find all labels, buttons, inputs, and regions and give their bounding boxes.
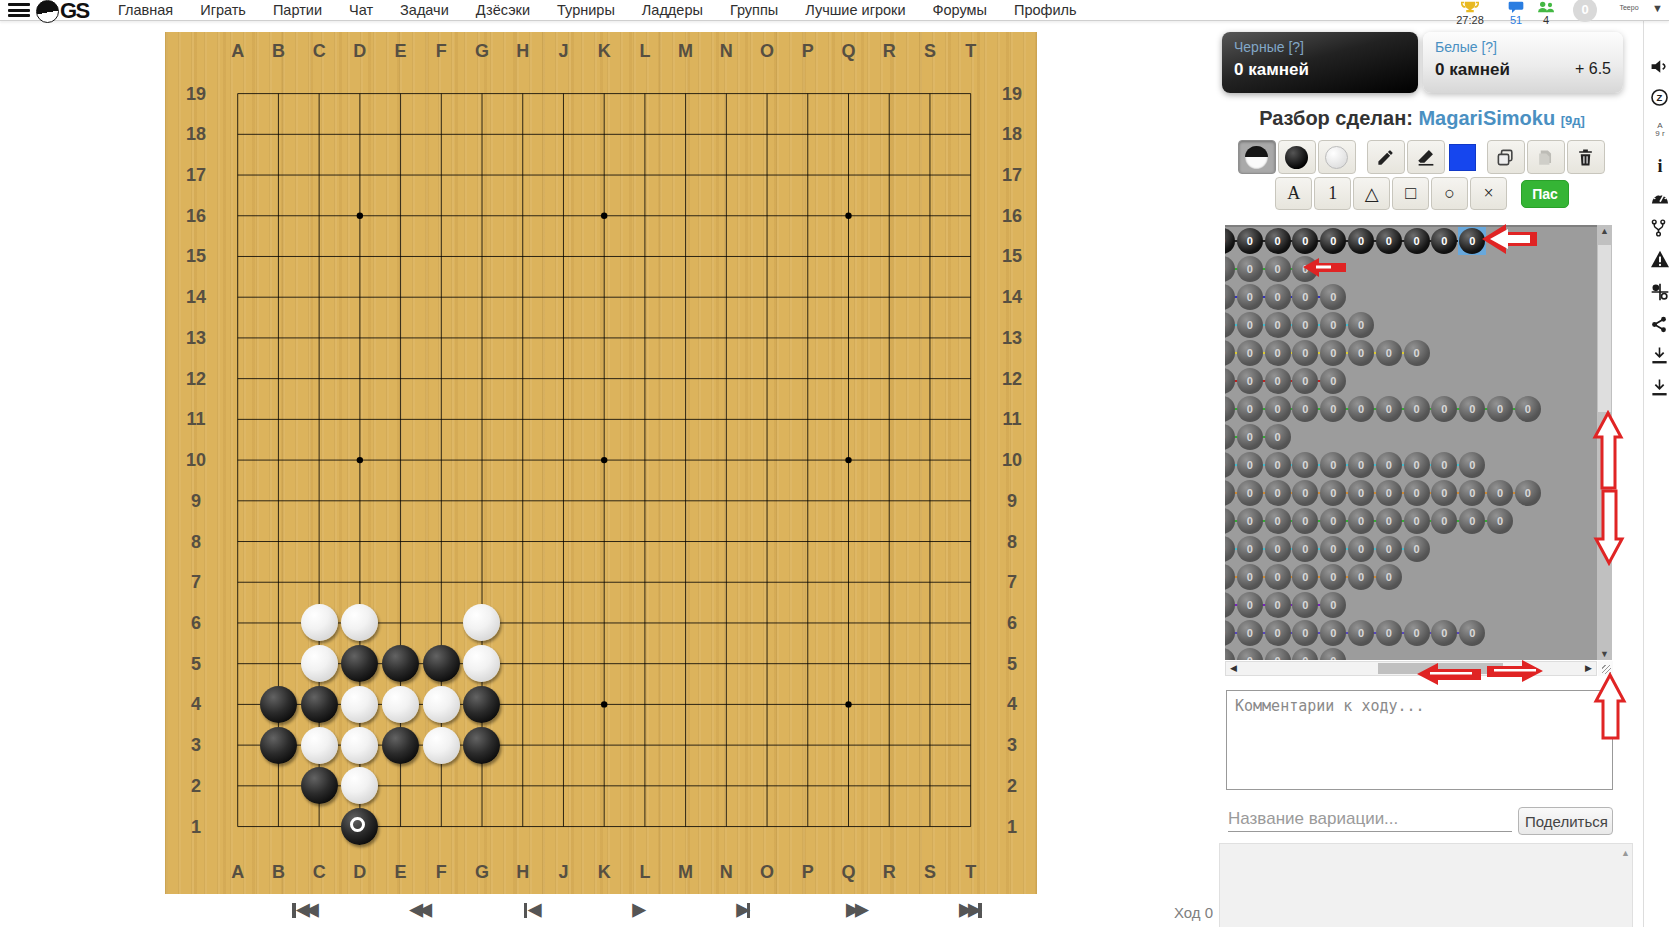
- row-label-left-16: 16: [186, 205, 206, 226]
- nav-item-ладдеры[interactable]: Ладдеры: [642, 2, 703, 18]
- first-move-button[interactable]: ◀◀: [291, 899, 315, 921]
- col-label-top-S: S: [924, 41, 936, 62]
- black-stone-F5: [423, 645, 460, 682]
- hamburger-menu-icon[interactable]: [8, 3, 30, 18]
- col-label-bottom-K: K: [598, 862, 611, 883]
- tree-node[interactable]: 0: [1320, 312, 1346, 338]
- black-stone-D1: [341, 808, 378, 845]
- paste-icon: [1536, 148, 1555, 167]
- tree-node[interactable]: 0: [1376, 452, 1402, 478]
- goban-stones-grid[interactable]: [217, 73, 991, 847]
- top-navbar: GS ГлавнаяИгратьПартииЧатЗадачиДзёсэкиТу…: [0, 0, 1669, 21]
- row-label-right-10: 10: [1002, 450, 1022, 471]
- tree-node[interactable]: 0: [1320, 648, 1346, 660]
- analysis-icon[interactable]: [1650, 282, 1669, 302]
- tree-node[interactable]: 0: [1376, 396, 1402, 422]
- tree-node[interactable]: 0: [1237, 536, 1263, 562]
- row-label-left-14: 14: [186, 287, 206, 308]
- marker-button-△[interactable]: △: [1353, 177, 1390, 210]
- notification-badge[interactable]: 0: [1573, 0, 1597, 22]
- white-stone-D3: [341, 727, 378, 764]
- move-tree-vertical-scrollbar[interactable]: ▲ ▼: [1597, 225, 1612, 660]
- tree-node[interactable]: 0: [1487, 480, 1513, 506]
- tree-node[interactable]: 0: [1292, 480, 1318, 506]
- trophy-icon: [1460, 1, 1480, 13]
- tree-node[interactable]: 0: [1237, 312, 1263, 338]
- copy-icon: [1496, 148, 1515, 167]
- marker-button-×[interactable]: ×: [1470, 177, 1507, 210]
- col-label-top-R: R: [883, 41, 896, 62]
- row-label-right-15: 15: [1002, 246, 1022, 267]
- tree-node[interactable]: 0: [1225, 564, 1235, 590]
- variation-name-input[interactable]: [1228, 806, 1512, 832]
- tree-node[interactable]: 0: [1225, 368, 1235, 394]
- tree-node[interactable]: 0: [1348, 564, 1374, 590]
- col-label-top-P: P: [802, 41, 814, 62]
- tree-node[interactable]: 0: [1320, 452, 1346, 478]
- tree-node[interactable]: 0: [1431, 620, 1457, 646]
- scroll-up-icon[interactable]: ▲: [1621, 848, 1630, 858]
- tree-node[interactable]: 0: [1320, 368, 1346, 394]
- nav-item-играть[interactable]: Играть: [200, 2, 246, 18]
- col-label-bottom-T: T: [965, 862, 976, 883]
- tree-node[interactable]: 0: [1320, 564, 1346, 590]
- row-label-left-18: 18: [186, 124, 206, 145]
- tree-node[interactable]: 0: [1225, 284, 1235, 310]
- black-stone-G4: [463, 686, 500, 723]
- row-label-right-19: 19: [1002, 83, 1022, 104]
- tree-node[interactable]: 0: [1292, 396, 1318, 422]
- row-label-left-19: 19: [186, 83, 206, 104]
- tree-node[interactable]: 0: [1237, 564, 1263, 590]
- tree-node[interactable]: 0: [1348, 340, 1374, 366]
- tree-node[interactable]: 0: [1265, 284, 1291, 310]
- tree-node[interactable]: 0: [1404, 228, 1430, 254]
- nav-item-форумы[interactable]: Форумы: [933, 2, 987, 18]
- tree-node[interactable]: 0: [1348, 536, 1374, 562]
- black-stone-D5: [341, 645, 378, 682]
- tree-node[interactable]: 0: [1237, 508, 1263, 534]
- tree-node[interactable]: 0: [1265, 396, 1291, 422]
- marker-buttons: A1△□○×: [1275, 177, 1509, 210]
- row-label-left-13: 13: [186, 327, 206, 348]
- black-stone-C2: [301, 767, 338, 804]
- black-captures: 0 камней: [1234, 60, 1309, 80]
- row-label-left-6: 6: [191, 612, 201, 633]
- nav-item-профиль[interactable]: Профиль: [1014, 2, 1077, 18]
- white-stone-D6: [341, 604, 378, 641]
- previous-move-button[interactable]: ◀: [523, 899, 538, 921]
- tree-node[interactable]: 0: [1225, 256, 1235, 282]
- tree-node[interactable]: 0: [1265, 592, 1291, 618]
- alternate-stone-tool-button[interactable]: [1238, 140, 1276, 174]
- tree-node[interactable]: 0: [1292, 312, 1318, 338]
- col-label-bottom-N: N: [720, 862, 733, 883]
- col-label-top-N: N: [720, 41, 733, 62]
- draw-color-swatch[interactable]: [1449, 144, 1476, 171]
- chevron-down-icon[interactable]: ▼: [1652, 2, 1663, 14]
- tree-node[interactable]: 0: [1225, 340, 1235, 366]
- tree-node[interactable]: 0: [1237, 648, 1263, 660]
- black-help-link: [?]: [1288, 39, 1304, 55]
- tree-node[interactable]: 0: [1292, 368, 1318, 394]
- tree-node[interactable]: 0: [1348, 508, 1374, 534]
- tree-node[interactable]: 0: [1225, 592, 1235, 618]
- row-label-right-8: 8: [1007, 531, 1017, 552]
- tree-node[interactable]: 0: [1225, 424, 1235, 450]
- row-label-right-4: 4: [1007, 694, 1017, 715]
- nav-item-партии[interactable]: Партии: [273, 2, 322, 18]
- chat-bubble-icon: [1507, 1, 1525, 13]
- black-stone-E5: [382, 645, 419, 682]
- last-move-button[interactable]: ▶▶: [959, 899, 983, 921]
- tree-node[interactable]: 0: [1376, 620, 1402, 646]
- back-ten-button[interactable]: ◀◀: [410, 899, 428, 921]
- tree-node[interactable]: 0: [1225, 536, 1235, 562]
- tree-node[interactable]: 0: [1320, 480, 1346, 506]
- row-label-right-6: 6: [1007, 612, 1017, 633]
- tree-node[interactable]: 0: [1404, 452, 1430, 478]
- tree-node[interactable]: 0: [1292, 452, 1318, 478]
- tree-node[interactable]: 0: [1515, 480, 1541, 506]
- row-label-left-5: 5: [191, 653, 201, 674]
- tree-node[interactable]: 0: [1320, 396, 1346, 422]
- copy-button[interactable]: [1487, 140, 1525, 174]
- white-player-label[interactable]: Белые [?]: [1435, 39, 1611, 55]
- tree-node[interactable]: 0: [1376, 564, 1402, 590]
- last-move-marker: [350, 817, 365, 832]
- tree-node[interactable]: 0: [1237, 228, 1263, 254]
- eraser-icon: [1416, 148, 1436, 166]
- scrollbar-resize-corner[interactable]: [1598, 661, 1613, 676]
- row-label-left-11: 11: [186, 409, 205, 430]
- tree-node[interactable]: 0: [1459, 452, 1485, 478]
- trash-icon: [1577, 148, 1594, 167]
- scroll-up-icon[interactable]: ▲: [1597, 226, 1612, 236]
- col-label-top-G: G: [475, 41, 489, 62]
- marker-button-○[interactable]: ○: [1431, 177, 1468, 210]
- review-author-rank: [9д]: [1561, 113, 1585, 128]
- row-label-left-2: 2: [191, 775, 201, 796]
- tree-node[interactable]: 0: [1320, 340, 1346, 366]
- online-count: 4: [1526, 14, 1566, 26]
- tree-node[interactable]: 0: [1320, 508, 1346, 534]
- tree-node[interactable]: 0: [1265, 480, 1291, 506]
- tree-node[interactable]: 0: [1292, 508, 1318, 534]
- tree-node[interactable]: 0: [1459, 480, 1485, 506]
- row-label-right-18: 18: [1002, 124, 1022, 145]
- draw-tool-button[interactable]: [1367, 140, 1405, 174]
- move-tree-panel[interactable]: 0000000000000000000000000000000000000000…: [1225, 225, 1597, 660]
- tree-node[interactable]: 0: [1265, 508, 1291, 534]
- review-author-link[interactable]: MagariSimoku: [1418, 107, 1555, 129]
- tree-node[interactable]: 0: [1225, 396, 1235, 422]
- tree-node[interactable]: 0: [1265, 648, 1291, 660]
- col-label-bottom-G: G: [475, 862, 489, 883]
- col-label-bottom-D: D: [353, 862, 366, 883]
- pass-button[interactable]: Пас: [1521, 180, 1569, 208]
- tree-node[interactable]: 0: [1292, 284, 1318, 310]
- erase-tool-button[interactable]: [1407, 140, 1445, 174]
- tree-node[interactable]: 0: [1292, 228, 1318, 254]
- tree-node[interactable]: 0: [1320, 592, 1346, 618]
- tree-node[interactable]: 0: [1348, 396, 1374, 422]
- white-stone-icon: [1325, 146, 1348, 169]
- row-label-right-12: 12: [1002, 368, 1022, 389]
- scroll-left-icon[interactable]: ◀: [1230, 663, 1237, 673]
- col-label-bottom-L: L: [639, 862, 650, 883]
- col-label-top-K: K: [598, 41, 611, 62]
- tree-node[interactable]: 0: [1292, 536, 1318, 562]
- tree-node[interactable]: 0: [1265, 564, 1291, 590]
- marker-button-□[interactable]: □: [1392, 177, 1429, 210]
- white-komi: + 6.5: [1575, 60, 1611, 80]
- info-icon[interactable]: i: [1650, 157, 1669, 177]
- scroll-right-icon[interactable]: ▶: [1585, 663, 1592, 673]
- tree-node[interactable]: 0: [1265, 536, 1291, 562]
- tree-node[interactable]: 0: [1348, 312, 1374, 338]
- tree-node[interactable]: 0: [1404, 480, 1430, 506]
- tournament-timer: 27:28: [1450, 14, 1490, 26]
- tree-node[interactable]: 0: [1265, 312, 1291, 338]
- tree-node[interactable]: 0: [1265, 340, 1291, 366]
- white-help-link: [?]: [1481, 39, 1497, 55]
- row-label-left-8: 8: [191, 531, 201, 552]
- row-label-right-3: 3: [1007, 735, 1017, 756]
- tree-node[interactable]: 0: [1431, 480, 1457, 506]
- col-label-top-H: H: [516, 41, 529, 62]
- nav-item-чат[interactable]: Чат: [349, 2, 373, 18]
- delete-button[interactable]: [1567, 140, 1605, 174]
- tree-node[interactable]: 0: [1404, 620, 1430, 646]
- tree-node[interactable]: 0: [1320, 284, 1346, 310]
- black-stone-C4: [301, 686, 338, 723]
- tree-node[interactable]: 0: [1459, 228, 1485, 254]
- row-label-right-5: 5: [1007, 653, 1017, 674]
- tree-node[interactable]: 0: [1237, 340, 1263, 366]
- black-stone-B3: [260, 727, 297, 764]
- col-label-bottom-B: B: [272, 862, 285, 883]
- vertical-scroll-thumb[interactable]: [1598, 245, 1611, 412]
- white-stone-C3: [301, 727, 338, 764]
- col-label-top-B: B: [272, 41, 285, 62]
- paste-button[interactable]: [1527, 140, 1565, 174]
- nav-item-группы[interactable]: Группы: [730, 2, 778, 18]
- tree-node[interactable]: 0: [1265, 620, 1291, 646]
- svg-text:Z: Z: [1657, 92, 1663, 103]
- tree-node[interactable]: 0: [1265, 424, 1291, 450]
- tree-node[interactable]: 0: [1237, 256, 1263, 282]
- tree-node[interactable]: 0: [1225, 228, 1235, 254]
- col-label-top-Q: Q: [841, 41, 855, 62]
- row-label-left-1: 1: [191, 816, 201, 837]
- tree-node[interactable]: 0: [1225, 508, 1235, 534]
- next-move-button[interactable]: ▶: [737, 899, 752, 921]
- black-stone-B4: [260, 686, 297, 723]
- tree-node[interactable]: 0: [1225, 480, 1235, 506]
- col-label-bottom-P: P: [802, 862, 814, 883]
- download-sgf-icon[interactable]: [1650, 378, 1669, 398]
- col-label-bottom-E: E: [395, 862, 407, 883]
- tree-node[interactable]: 0: [1265, 452, 1291, 478]
- tree-node[interactable]: 0: [1320, 228, 1346, 254]
- tree-node[interactable]: 0: [1515, 396, 1541, 422]
- review-prefix: Разбор сделан:: [1259, 107, 1413, 129]
- tree-node[interactable]: 0: [1292, 340, 1318, 366]
- tree-node[interactable]: 0: [1237, 620, 1263, 646]
- tree-node[interactable]: 0: [1292, 648, 1318, 660]
- share-icon[interactable]: [1650, 315, 1669, 335]
- tree-node[interactable]: 0: [1237, 284, 1263, 310]
- username[interactable]: Teepo: [1609, 4, 1649, 11]
- tree-node[interactable]: 0: [1348, 480, 1374, 506]
- nav-item-задачи[interactable]: Задачи: [400, 2, 449, 18]
- tree-node[interactable]: 0: [1459, 396, 1485, 422]
- row-label-left-7: 7: [191, 572, 201, 593]
- row-label-right-16: 16: [1002, 205, 1022, 226]
- nav-item-главная[interactable]: Главная: [118, 2, 173, 18]
- fork-icon[interactable]: [1650, 218, 1669, 238]
- horizontal-scroll-thumb[interactable]: [1378, 663, 1503, 674]
- volume-icon[interactable]: [1650, 57, 1669, 77]
- nav-menu: ГлавнаяИгратьПартииЧатЗадачиДзёсэкиТурни…: [118, 2, 1077, 18]
- white-stone-F4: [423, 686, 460, 723]
- tree-node[interactable]: 0: [1487, 508, 1513, 534]
- tree-node[interactable]: 0: [1376, 508, 1402, 534]
- tree-node[interactable]: 0: [1265, 368, 1291, 394]
- col-label-bottom-O: O: [760, 862, 774, 883]
- row-label-right-17: 17: [1002, 165, 1022, 186]
- tree-node[interactable]: 0: [1404, 340, 1430, 366]
- tree-node[interactable]: 0: [1431, 452, 1457, 478]
- white-stone-E4: [382, 686, 419, 723]
- tree-node[interactable]: 0: [1237, 368, 1263, 394]
- col-label-bottom-C: C: [313, 862, 326, 883]
- marker-button-1[interactable]: 1: [1314, 177, 1351, 210]
- white-stone-tool-button[interactable]: [1318, 140, 1356, 174]
- tree-node[interactable]: 0: [1348, 620, 1374, 646]
- white-stone-D4: [341, 686, 378, 723]
- col-label-top-L: L: [639, 41, 650, 62]
- tree-node[interactable]: 0: [1376, 536, 1402, 562]
- black-stone-tool-button[interactable]: [1278, 140, 1316, 174]
- row-label-right-14: 14: [1002, 287, 1022, 308]
- scroll-down-icon[interactable]: ▼: [1597, 649, 1612, 659]
- tree-node[interactable]: 0: [1292, 592, 1318, 618]
- col-label-top-E: E: [395, 41, 407, 62]
- black-player-label[interactable]: Черные [?]: [1234, 39, 1406, 55]
- tree-node[interactable]: 0: [1225, 452, 1235, 478]
- row-label-right-13: 13: [1002, 327, 1022, 348]
- move-comments-textarea[interactable]: [1226, 690, 1613, 790]
- ogs-logo-text: GS: [60, 0, 89, 24]
- tree-node[interactable]: 0: [1265, 228, 1291, 254]
- tree-node[interactable]: 0: [1431, 508, 1457, 534]
- col-label-top-C: C: [313, 41, 326, 62]
- row-label-left-10: 10: [186, 450, 206, 471]
- chat-log-panel[interactable]: ▲: [1219, 843, 1633, 927]
- tree-node[interactable]: 0: [1292, 620, 1318, 646]
- col-label-top-M: M: [678, 41, 693, 62]
- tree-node[interactable]: 0: [1459, 620, 1485, 646]
- tree-node[interactable]: 0: [1376, 228, 1402, 254]
- ogs-logo[interactable]: GS: [36, 0, 89, 24]
- col-label-top-T: T: [965, 41, 976, 62]
- online-users-indicator[interactable]: 4: [1526, 0, 1566, 26]
- playback-controls: ◀◀◀◀◀▶▶▶▶▶▶: [291, 899, 983, 921]
- tournaments-indicator[interactable]: 27:28: [1450, 0, 1490, 26]
- tree-node[interactable]: 0: [1237, 480, 1263, 506]
- tree-node[interactable]: 0: [1348, 452, 1374, 478]
- tree-node[interactable]: 0: [1404, 536, 1430, 562]
- col-label-top-O: O: [760, 41, 774, 62]
- move-tree-horizontal-scrollbar[interactable]: ◀ ▶: [1225, 661, 1597, 676]
- row-label-right-9: 9: [1007, 490, 1017, 511]
- tree-node[interactable]: 0: [1320, 620, 1346, 646]
- tree-node[interactable]: 0: [1237, 396, 1263, 422]
- nav-item-дзёсэки[interactable]: Дзёсэки: [476, 2, 530, 18]
- tree-node[interactable]: 0: [1237, 452, 1263, 478]
- col-label-bottom-R: R: [883, 862, 896, 883]
- white-stone-G6: [463, 604, 500, 641]
- ogs-logo-disc-icon: [36, 0, 59, 23]
- tree-node[interactable]: 0: [1237, 424, 1263, 450]
- tree-node[interactable]: 0: [1404, 508, 1430, 534]
- row-label-left-17: 17: [186, 165, 206, 186]
- tree-node[interactable]: 0: [1292, 564, 1318, 590]
- tree-node[interactable]: 0: [1320, 536, 1346, 562]
- warning-icon[interactable]: [1650, 250, 1669, 270]
- tree-node[interactable]: 0: [1225, 312, 1235, 338]
- tree-node[interactable]: 0: [1431, 228, 1457, 254]
- tree-node[interactable]: 0: [1459, 508, 1485, 534]
- share-button[interactable]: Поделиться: [1518, 807, 1613, 835]
- tree-node[interactable]: 0: [1487, 396, 1513, 422]
- forward-ten-button[interactable]: ▶▶: [846, 899, 864, 921]
- col-label-top-D: D: [353, 41, 366, 62]
- white-stone-C5: [301, 645, 338, 682]
- download-icon[interactable]: [1650, 346, 1669, 366]
- col-label-bottom-A: A: [231, 862, 244, 883]
- tree-node[interactable]: 0: [1348, 228, 1374, 254]
- black-player-card: Черные [?] 0 камней: [1222, 32, 1418, 93]
- nav-item-лучшие-игроки[interactable]: Лучшие игроки: [805, 2, 905, 18]
- tree-node[interactable]: 0: [1225, 620, 1235, 646]
- right-icon-strip: ZА9 гi: [1643, 21, 1669, 927]
- ai-rank-label: А9 г: [1650, 122, 1669, 142]
- marker-button-A[interactable]: A: [1275, 177, 1312, 210]
- play-button[interactable]: ▶: [632, 899, 641, 921]
- tree-node[interactable]: 0: [1404, 396, 1430, 422]
- tree-node[interactable]: 0: [1376, 480, 1402, 506]
- nav-item-турниры[interactable]: Турниры: [557, 2, 615, 18]
- col-label-bottom-H: H: [516, 862, 529, 883]
- tree-node[interactable]: 0: [1292, 256, 1318, 282]
- alternate-stone-icon: [1245, 146, 1268, 169]
- row-label-right-1: 1: [1007, 816, 1017, 837]
- zen-mode-icon[interactable]: Z: [1650, 88, 1669, 108]
- tree-node[interactable]: 0: [1265, 256, 1291, 282]
- tree-node[interactable]: 0: [1431, 396, 1457, 422]
- white-stone-C6: [301, 604, 338, 641]
- tree-node[interactable]: 0: [1237, 592, 1263, 618]
- white-stone-D2: [341, 767, 378, 804]
- goban[interactable]: AABBCCDDEEFFGGHHJJKKLLMMNNOOPPQQRRSSTT19…: [165, 32, 1037, 894]
- tree-node[interactable]: 0: [1225, 648, 1235, 660]
- row-label-left-12: 12: [186, 368, 206, 389]
- gauge-icon[interactable]: [1650, 188, 1669, 208]
- tree-node[interactable]: 0: [1376, 340, 1402, 366]
